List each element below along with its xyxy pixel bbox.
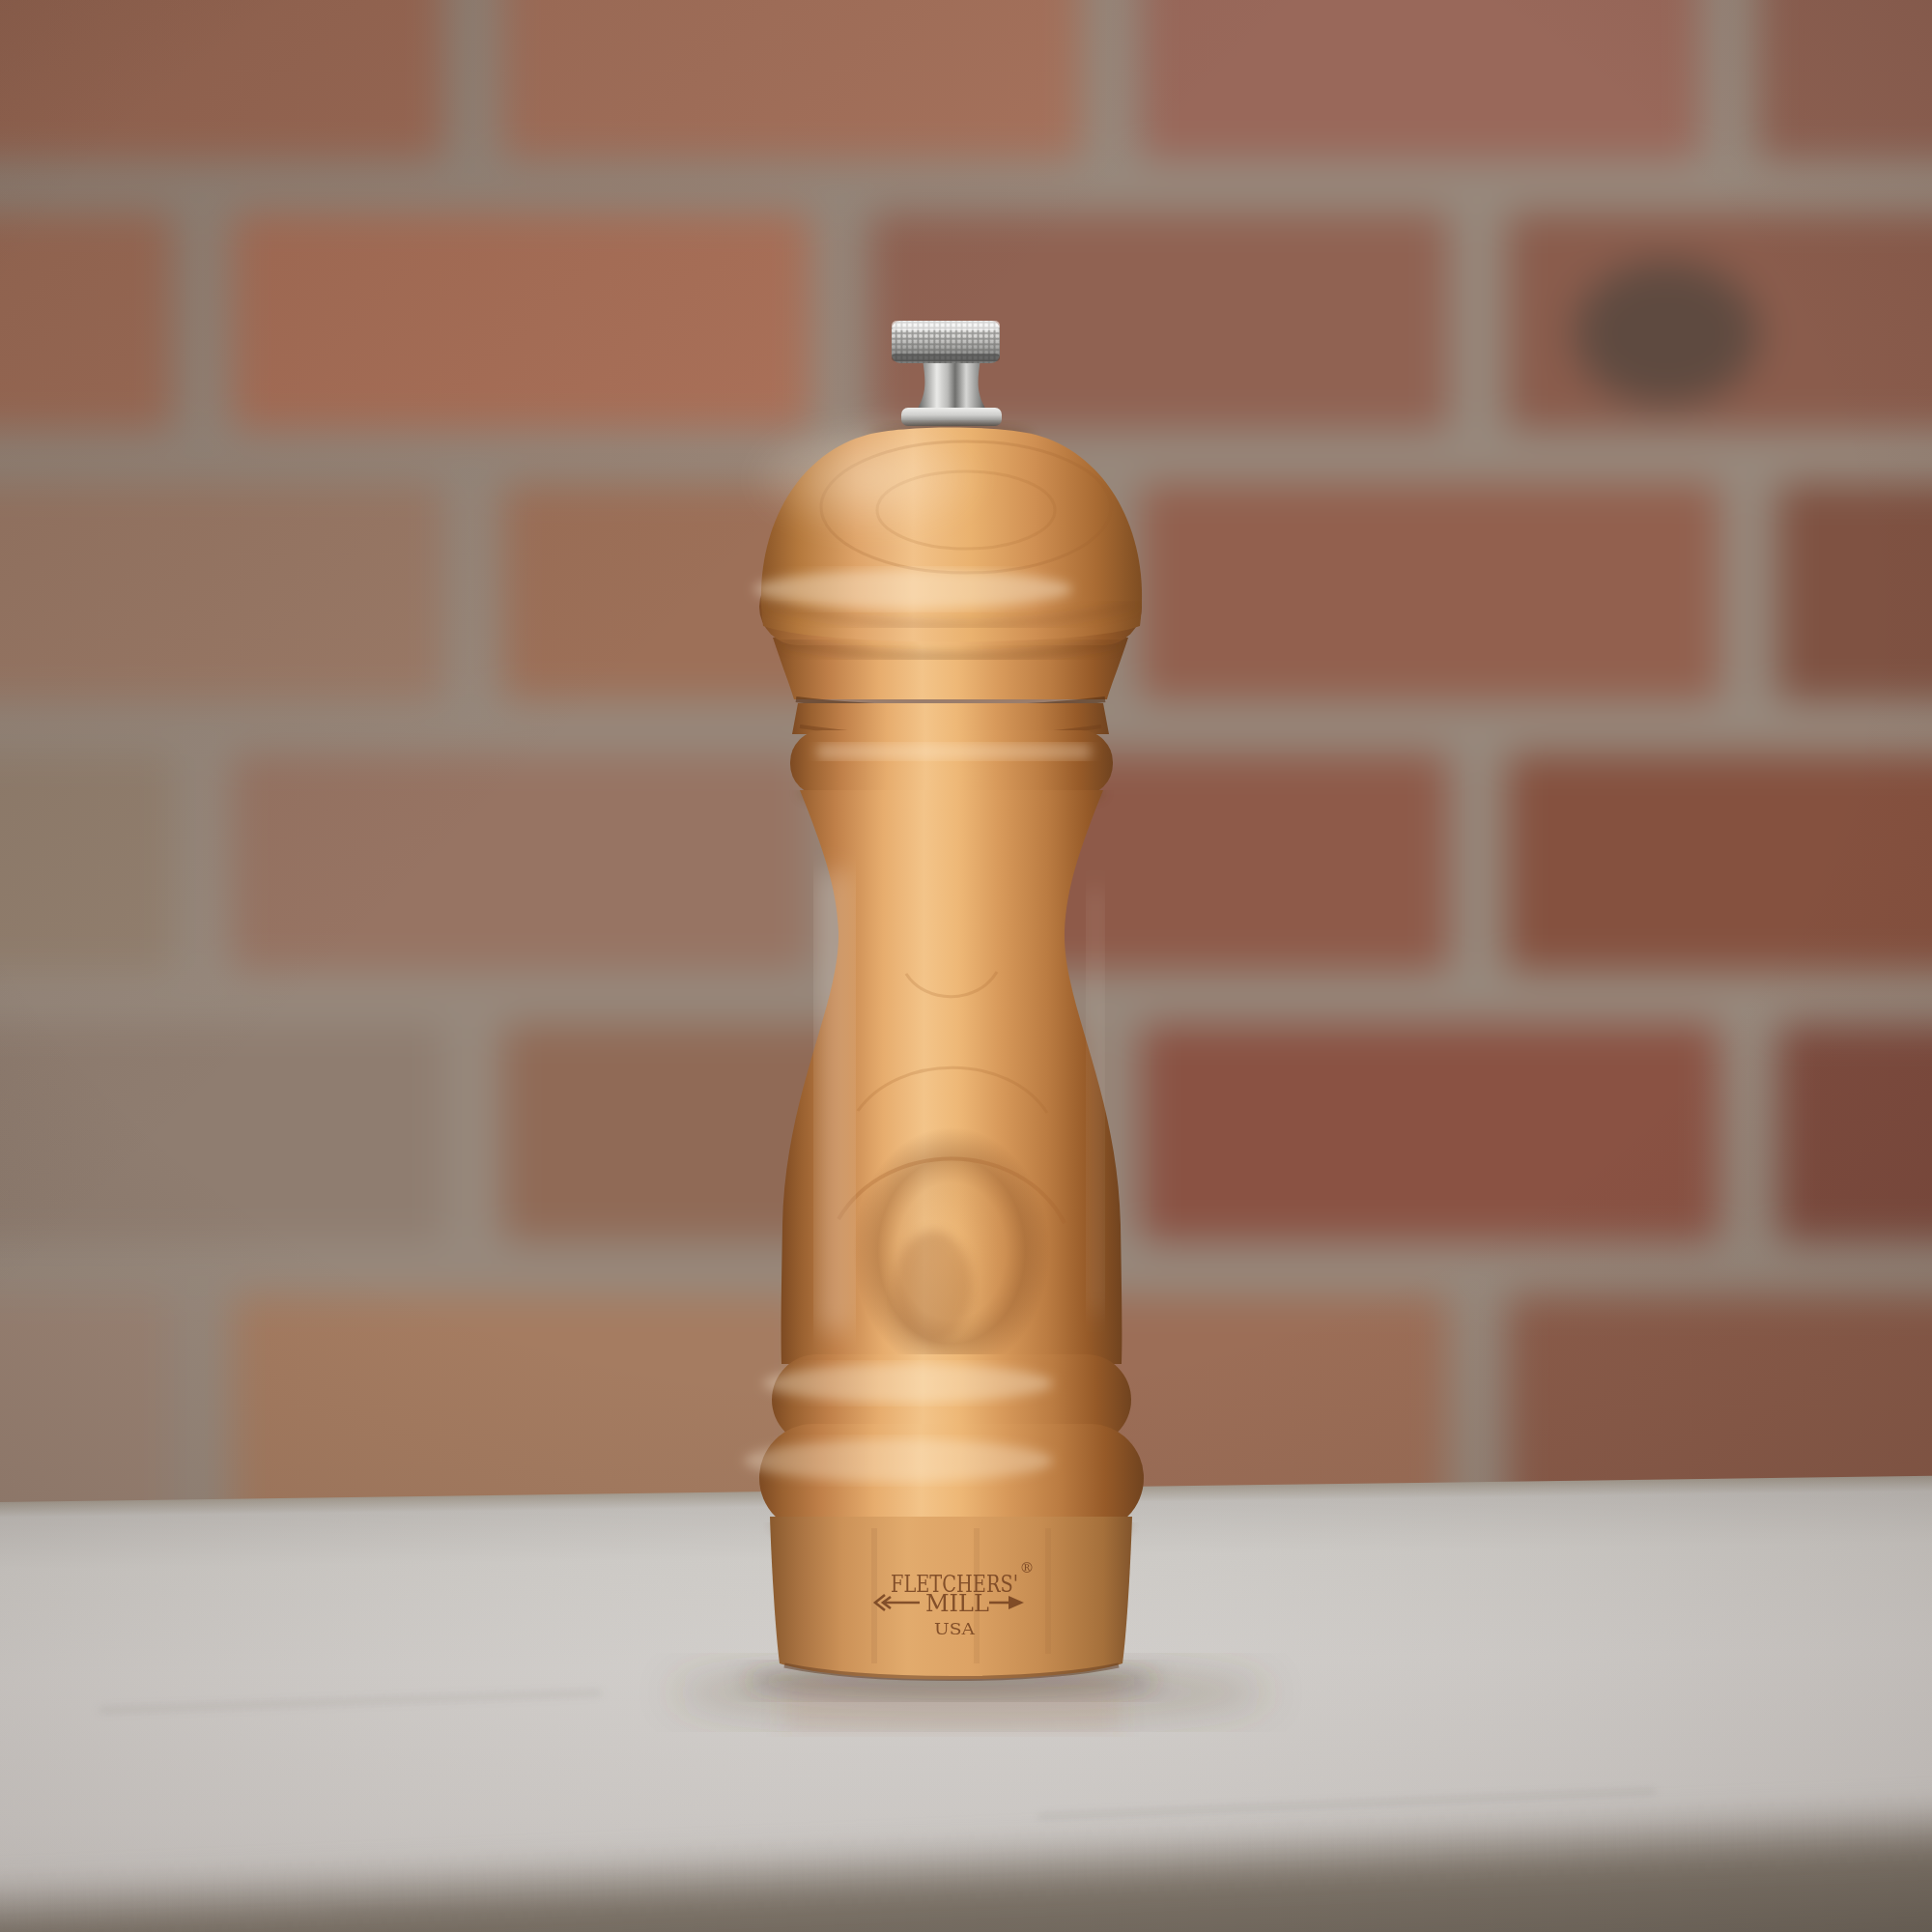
mill-head: [747, 418, 1142, 708]
brand-line-mill: MILL: [925, 1590, 989, 1617]
body-rim-light: [1088, 889, 1103, 1314]
base-grain-streak: [1045, 1528, 1051, 1654]
base-grain-streak: [871, 1528, 877, 1663]
base-reflection: [784, 1681, 1121, 1731]
bead-highlight: [753, 570, 1072, 609]
belly-grain-core: [895, 1231, 972, 1343]
mill-body: [781, 790, 1122, 1375]
grinder-adjustment-knob: [892, 321, 1002, 426]
bead-highlight: [744, 1439, 1053, 1482]
product-photo: FLETCHERS' ® MILL USA: [0, 0, 1932, 1932]
dome-highlight: [747, 418, 988, 538]
brand-line-usa: USA: [934, 1619, 976, 1638]
bead-highlight: [763, 1364, 1053, 1403]
collar-highlight: [816, 744, 1092, 759]
pepper-mill: FLETCHERS' ® MILL USA: [0, 0, 1932, 1932]
registered-mark: ®: [1020, 1559, 1035, 1577]
knob-knurled-cap: [892, 321, 1000, 363]
collar-ring: [790, 730, 1113, 796]
body-sheen: [817, 869, 852, 1333]
knob-stem: [915, 359, 988, 413]
